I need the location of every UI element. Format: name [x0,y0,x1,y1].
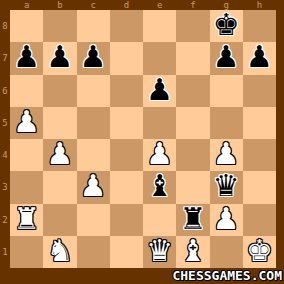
black-pawn-piece[interactable]: ♟ [213,42,240,72]
square-h2[interactable] [243,204,276,236]
white-bishop-piece[interactable]: ♝ [179,236,206,266]
square-c7[interactable]: ♟ [77,42,110,74]
square-c8[interactable] [77,10,110,42]
square-d7[interactable] [110,42,143,74]
file-label-e: e [143,0,176,10]
square-c1[interactable] [77,236,110,268]
square-f2[interactable]: ♜ [176,204,209,236]
white-pawn-piece[interactable]: ♟ [13,107,40,137]
square-a8[interactable] [10,10,43,42]
rank-label-2: 2 [0,204,10,236]
square-e6[interactable]: ♟ [143,75,176,107]
square-f1[interactable]: ♝ [176,236,209,268]
square-e3[interactable]: ♝ [143,171,176,203]
white-king-piece[interactable]: ♚ [246,236,273,266]
square-c2[interactable] [77,204,110,236]
square-g3[interactable]: ♛ [210,171,243,203]
black-pawn-piece[interactable]: ♟ [80,42,107,72]
white-knight-piece[interactable]: ♞ [46,236,73,266]
square-d4[interactable] [110,139,143,171]
square-b3[interactable] [43,171,76,203]
square-g6[interactable] [210,75,243,107]
rank-label-6: 6 [0,75,10,107]
square-h8[interactable] [243,10,276,42]
square-c4[interactable] [77,139,110,171]
rank-label-5: 5 [0,107,10,139]
watermark: CHESSGAMES.COM [172,269,282,283]
square-e7[interactable] [143,42,176,74]
white-pawn-piece[interactable]: ♟ [213,204,240,234]
black-pawn-piece[interactable]: ♟ [146,75,173,105]
square-a1[interactable] [10,236,43,268]
square-e8[interactable] [143,10,176,42]
square-a6[interactable] [10,75,43,107]
square-b1[interactable]: ♞ [43,236,76,268]
square-h3[interactable] [243,171,276,203]
square-g4[interactable]: ♟ [210,139,243,171]
black-pawn-piece[interactable]: ♟ [13,42,40,72]
white-queen-piece[interactable]: ♛ [146,236,173,266]
square-c5[interactable] [77,107,110,139]
square-d5[interactable] [110,107,143,139]
square-a7[interactable]: ♟ [10,42,43,74]
square-f4[interactable] [176,139,209,171]
white-pawn-piece[interactable]: ♟ [213,139,240,169]
file-label-d: d [110,0,143,10]
square-g8[interactable]: ♚ [210,10,243,42]
square-e2[interactable] [143,204,176,236]
black-rook-piece[interactable]: ♜ [179,204,206,234]
file-label-h: h [243,0,276,10]
file-label-b: b [43,0,76,10]
square-a5[interactable]: ♟ [10,107,43,139]
white-pawn-piece[interactable]: ♟ [80,171,107,201]
square-f5[interactable] [176,107,209,139]
white-rook-piece[interactable]: ♜ [13,204,40,234]
square-a2[interactable]: ♜ [10,204,43,236]
square-h6[interactable] [243,75,276,107]
square-h1[interactable]: ♚ [243,236,276,268]
square-h4[interactable] [243,139,276,171]
square-h5[interactable] [243,107,276,139]
black-king-piece[interactable]: ♚ [213,10,240,40]
black-bishop-piece[interactable]: ♝ [146,171,173,201]
square-c3[interactable]: ♟ [77,171,110,203]
black-pawn-piece[interactable]: ♟ [246,42,273,72]
white-pawn-piece[interactable]: ♟ [46,139,73,169]
rank-label-1: 1 [0,236,10,268]
square-g1[interactable] [210,236,243,268]
square-f6[interactable] [176,75,209,107]
rank-label-8: 8 [0,10,10,42]
square-b6[interactable] [43,75,76,107]
chess-board-frame: abcdefgh 87654321 ♚♟♟♟♟♟♟♟♟♟♟♟♝♛♜♜♟♞♛♝♚ … [0,0,284,284]
square-f3[interactable] [176,171,209,203]
square-g2[interactable]: ♟ [210,204,243,236]
square-e5[interactable] [143,107,176,139]
square-b7[interactable]: ♟ [43,42,76,74]
square-c6[interactable] [77,75,110,107]
square-e4[interactable]: ♟ [143,139,176,171]
rank-label-4: 4 [0,139,10,171]
square-f7[interactable] [176,42,209,74]
white-pawn-piece[interactable]: ♟ [146,139,173,169]
file-label-f: f [176,0,209,10]
square-b8[interactable] [43,10,76,42]
chess-board: ♚♟♟♟♟♟♟♟♟♟♟♟♝♛♜♜♟♞♛♝♚ [10,10,276,268]
rank-label-7: 7 [0,42,10,74]
square-f8[interactable] [176,10,209,42]
square-d8[interactable] [110,10,143,42]
file-label-c: c [77,0,110,10]
square-g7[interactable]: ♟ [210,42,243,74]
file-label-a: a [10,0,43,10]
square-b2[interactable] [43,204,76,236]
square-d2[interactable] [110,204,143,236]
square-a3[interactable] [10,171,43,203]
square-b4[interactable]: ♟ [43,139,76,171]
black-pawn-piece[interactable]: ♟ [46,42,73,72]
square-d6[interactable] [110,75,143,107]
square-g5[interactable] [210,107,243,139]
square-h7[interactable]: ♟ [243,42,276,74]
square-e1[interactable]: ♛ [143,236,176,268]
file-labels: abcdefgh [10,0,276,10]
square-d1[interactable] [110,236,143,268]
rank-labels: 87654321 [0,10,10,268]
rank-label-3: 3 [0,171,10,203]
black-queen-piece[interactable]: ♛ [213,171,240,201]
square-d3[interactable] [110,171,143,203]
file-label-g: g [210,0,243,10]
square-a4[interactable] [10,139,43,171]
square-b5[interactable] [43,107,76,139]
